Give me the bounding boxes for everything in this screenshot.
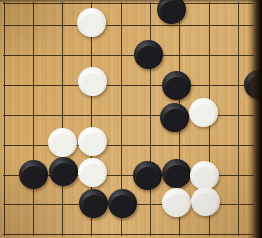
intersection[interactable]: ● <box>136 40 165 70</box>
intersection[interactable] <box>253 0 262 14</box>
intersection[interactable] <box>253 14 262 40</box>
intersection[interactable]: ● <box>194 100 223 130</box>
white-stone: ● <box>191 187 220 216</box>
intersection[interactable] <box>136 219 165 238</box>
intersection[interactable]: ● <box>48 160 77 190</box>
intersection[interactable]: ● <box>77 190 106 220</box>
white-stone: ● <box>78 158 107 187</box>
intersection[interactable] <box>107 70 136 100</box>
intersection[interactable] <box>48 14 77 40</box>
intersection[interactable]: ● <box>19 160 48 190</box>
intersection[interactable] <box>253 100 262 130</box>
intersection[interactable] <box>224 160 253 190</box>
intersection[interactable]: ● <box>165 0 194 14</box>
intersection[interactable] <box>224 40 253 70</box>
intersection[interactable]: ● <box>77 160 106 190</box>
white-stone: ● <box>78 127 107 156</box>
intersection[interactable] <box>224 130 253 160</box>
intersection[interactable] <box>194 130 223 160</box>
black-stone: ● <box>49 157 78 186</box>
intersection[interactable] <box>224 14 253 40</box>
intersection[interactable]: ● <box>77 70 106 100</box>
intersection[interactable] <box>77 219 106 238</box>
intersection[interactable] <box>224 190 253 220</box>
intersection[interactable] <box>224 100 253 130</box>
black-stone: ● <box>160 103 189 132</box>
intersection[interactable] <box>0 14 19 40</box>
intersection[interactable] <box>194 14 223 40</box>
intersection[interactable] <box>107 219 136 238</box>
black-stone: ● <box>79 189 108 218</box>
intersection[interactable]: ● <box>48 130 77 160</box>
intersection[interactable] <box>107 14 136 40</box>
intersection[interactable] <box>224 219 253 238</box>
intersection[interactable] <box>107 160 136 190</box>
intersection[interactable] <box>48 70 77 100</box>
intersection[interactable] <box>253 130 262 160</box>
intersection[interactable]: ● <box>77 14 106 40</box>
intersection[interactable]: ● <box>77 130 106 160</box>
intersection[interactable] <box>107 0 136 14</box>
black-stone: ● <box>162 71 191 100</box>
intersection[interactable]: ● <box>194 160 223 190</box>
intersection[interactable] <box>107 40 136 70</box>
intersection[interactable]: ● <box>165 70 194 100</box>
intersection[interactable] <box>0 190 19 220</box>
intersection[interactable] <box>194 219 223 238</box>
white-stone: ● <box>78 67 107 96</box>
black-stone: ● <box>108 189 137 218</box>
intersection[interactable] <box>0 130 19 160</box>
intersection[interactable] <box>19 100 48 130</box>
intersection[interactable] <box>19 40 48 70</box>
go-board: ●●●●●●●●●●●●●●●●●●●● <box>0 0 262 238</box>
intersection[interactable] <box>77 100 106 130</box>
intersection[interactable] <box>19 219 48 238</box>
black-stone: ● <box>19 160 48 189</box>
intersection[interactable] <box>194 0 223 14</box>
intersection[interactable] <box>48 0 77 14</box>
board-grid: ●●●●●●●●●●●●●●●●●●●● <box>0 0 262 238</box>
intersection[interactable] <box>136 70 165 100</box>
intersection[interactable] <box>253 219 262 238</box>
intersection[interactable]: ● <box>136 160 165 190</box>
intersection[interactable] <box>48 190 77 220</box>
intersection[interactable] <box>136 130 165 160</box>
intersection[interactable] <box>48 40 77 70</box>
black-stone: ● <box>162 159 191 188</box>
white-stone: ● <box>189 98 218 127</box>
intersection[interactable] <box>0 100 19 130</box>
intersection[interactable] <box>253 190 262 220</box>
intersection[interactable]: ● <box>107 190 136 220</box>
intersection[interactable] <box>19 190 48 220</box>
intersection[interactable] <box>0 160 19 190</box>
intersection[interactable] <box>107 130 136 160</box>
intersection[interactable] <box>165 219 194 238</box>
intersection[interactable] <box>19 0 48 14</box>
white-stone: ● <box>162 188 191 217</box>
intersection[interactable] <box>48 100 77 130</box>
white-stone: ● <box>77 8 106 37</box>
white-stone: ● <box>48 128 77 157</box>
intersection[interactable]: ● <box>253 70 262 100</box>
intersection[interactable] <box>107 100 136 130</box>
intersection[interactable] <box>253 160 262 190</box>
intersection[interactable] <box>19 70 48 100</box>
intersection[interactable] <box>0 0 19 14</box>
intersection[interactable] <box>136 190 165 220</box>
intersection[interactable] <box>77 40 106 70</box>
intersection[interactable] <box>0 40 19 70</box>
intersection[interactable] <box>194 70 223 100</box>
intersection[interactable] <box>0 219 19 238</box>
intersection[interactable] <box>19 14 48 40</box>
intersection[interactable] <box>19 130 48 160</box>
intersection[interactable]: ● <box>194 190 223 220</box>
intersection[interactable] <box>165 40 194 70</box>
intersection[interactable] <box>0 70 19 100</box>
black-stone: ● <box>133 161 162 190</box>
black-stone: ● <box>134 40 163 69</box>
intersection[interactable] <box>253 40 262 70</box>
intersection[interactable] <box>194 40 223 70</box>
intersection[interactable] <box>48 219 77 238</box>
intersection[interactable] <box>224 0 253 14</box>
intersection[interactable] <box>165 130 194 160</box>
